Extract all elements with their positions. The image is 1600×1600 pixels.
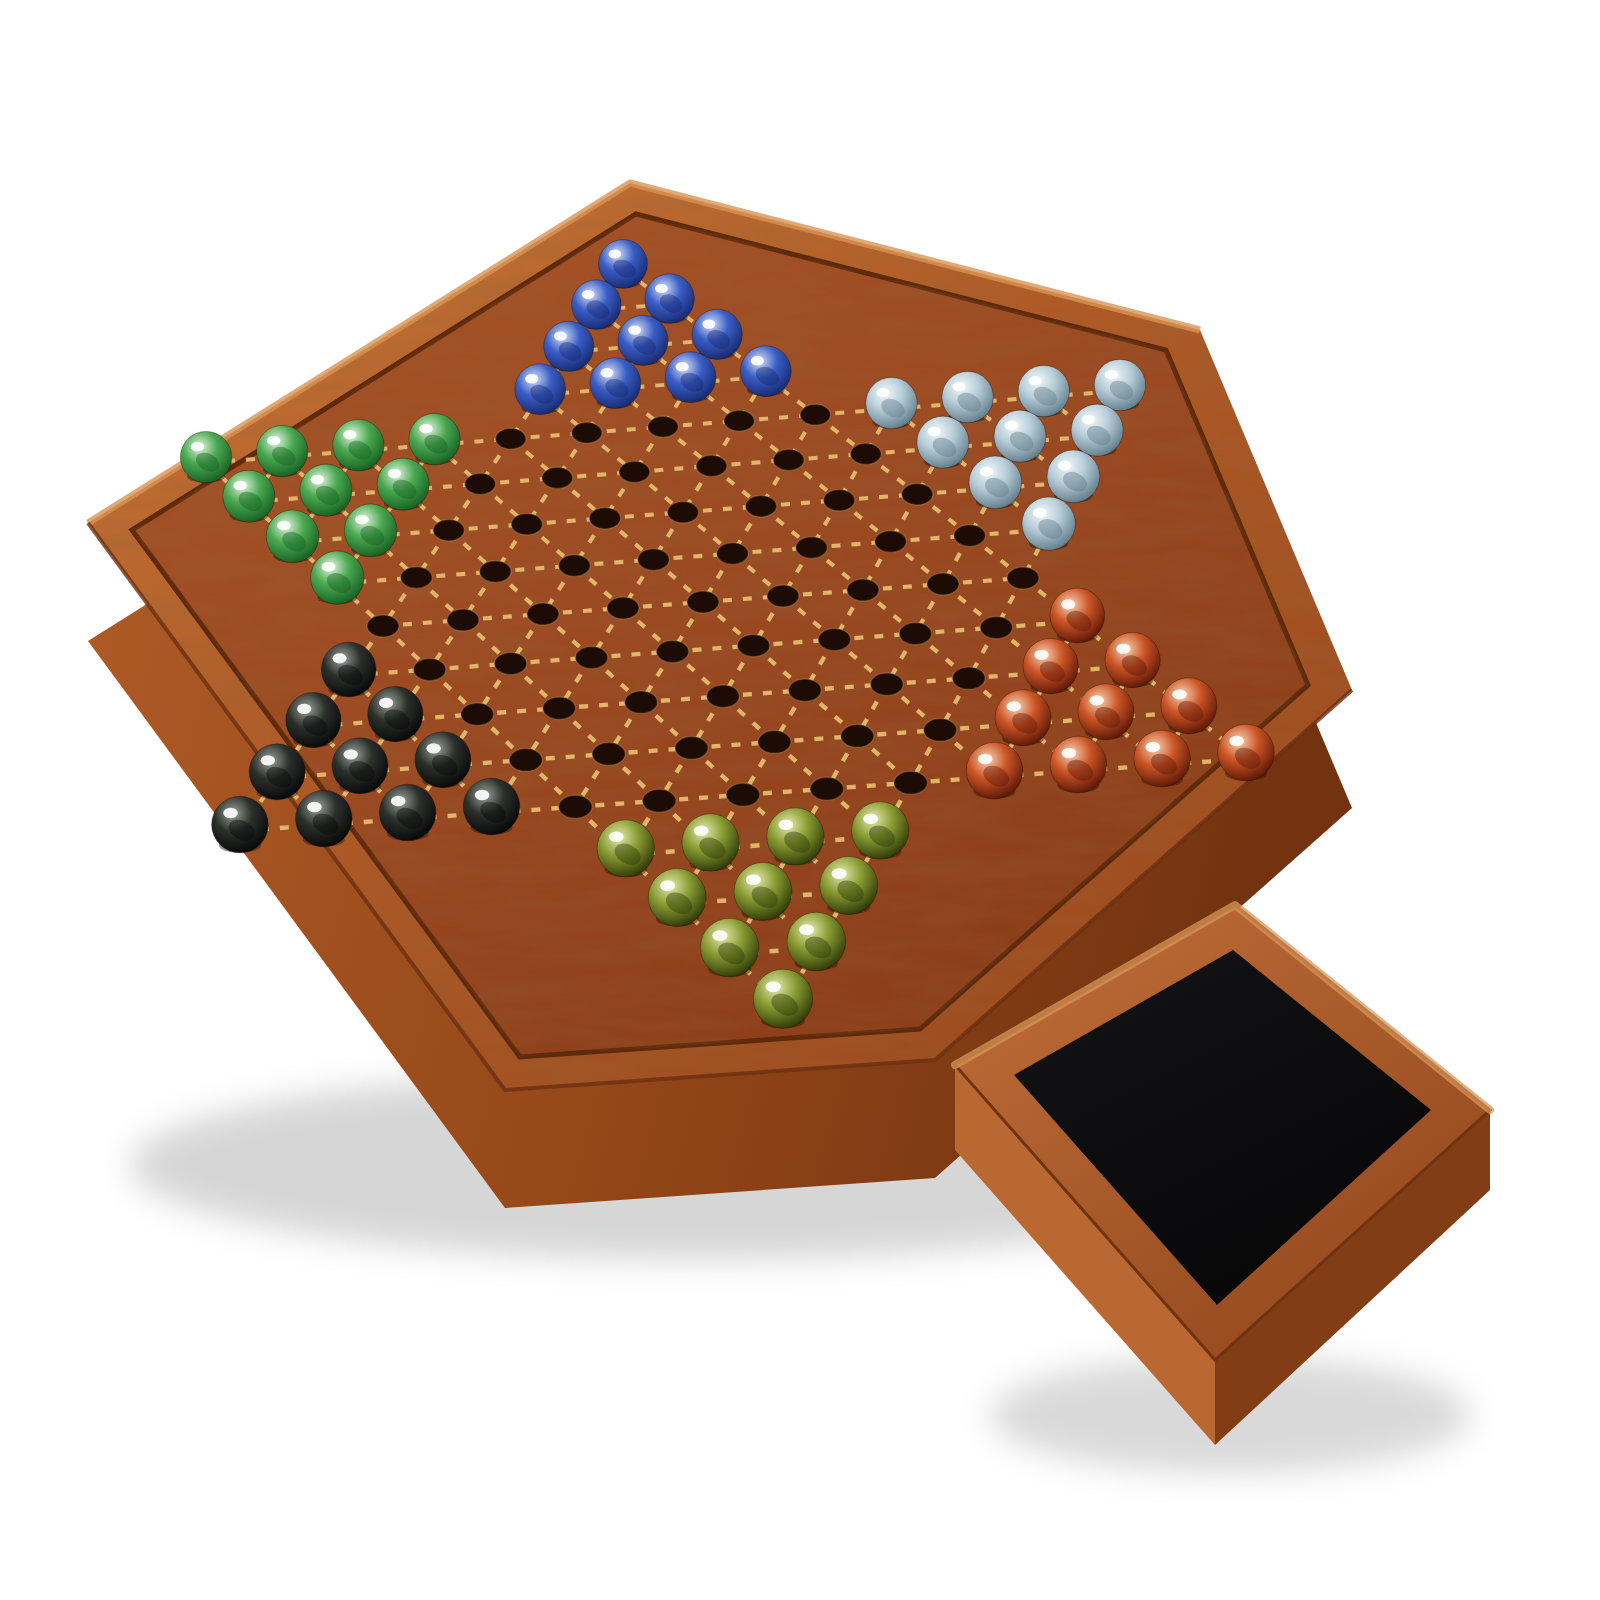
marble-specular-highlight (332, 653, 346, 663)
marble-specular-highlight (978, 754, 993, 764)
marble-specular-highlight (694, 825, 709, 836)
marble-red-orange[interactable] (1050, 588, 1105, 643)
marble-specular-highlight (799, 924, 814, 935)
marble-olive-green[interactable] (767, 808, 824, 865)
hole-r7-c4[interactable] (638, 549, 670, 571)
hole-r11-c8[interactable] (924, 719, 957, 742)
hole-r12-c5[interactable] (642, 789, 676, 812)
hole-r7-c3[interactable] (559, 555, 591, 577)
marble-blue[interactable] (599, 239, 648, 288)
marble-specular-highlight (1172, 689, 1187, 699)
hole-r4-c8[interactable] (800, 404, 830, 425)
hole-r7-c2[interactable] (480, 561, 512, 583)
hole-r5-c3[interactable] (465, 473, 496, 494)
marble-specular-highlight (765, 981, 780, 992)
hole-r7-c7[interactable] (875, 531, 907, 553)
marble-specular-highlight (277, 521, 291, 531)
marble-black[interactable] (368, 686, 423, 741)
marble-specular-highlight (307, 802, 322, 812)
hole-r7-c6[interactable] (796, 537, 828, 559)
hole-r4-c5[interactable] (572, 422, 602, 443)
marble-olive-green[interactable] (734, 862, 792, 920)
marble-specular-highlight (628, 325, 641, 334)
marble-specular-highlight (191, 442, 204, 452)
hole-r8-c6[interactable] (847, 579, 879, 601)
hole-r5-c5[interactable] (619, 461, 650, 482)
marble-specular-highlight (1116, 644, 1130, 654)
marble-pale-blue[interactable] (994, 410, 1046, 462)
marble-specular-highlight (1082, 415, 1095, 425)
hole-r8-c2[interactable] (527, 603, 559, 625)
marble-specular-highlight (391, 796, 406, 806)
marble-pale-blue[interactable] (1047, 450, 1100, 503)
marble-green[interactable] (256, 425, 307, 476)
hole-r10-c2[interactable] (461, 703, 494, 726)
hole-r9-c6[interactable] (818, 628, 850, 650)
marble-olive-green[interactable] (682, 814, 739, 871)
marble-green[interactable] (344, 504, 397, 557)
hole-r10-c3[interactable] (543, 697, 576, 720)
marble-specular-highlight (355, 515, 369, 525)
marble-specular-highlight (980, 467, 994, 477)
marble-specular-highlight (1061, 599, 1075, 609)
product-photo-scene (0, 0, 1600, 1600)
marble-specular-highlight (600, 368, 613, 377)
marble-black[interactable] (332, 738, 388, 794)
hole-r6-c5[interactable] (667, 501, 698, 522)
marble-green[interactable] (266, 510, 319, 563)
marble-specular-highlight (609, 831, 624, 842)
board (0, 0, 1600, 1600)
marble-specular-highlight (261, 755, 276, 765)
hole-r8-c5[interactable] (767, 585, 799, 607)
marble-specular-highlight (702, 319, 715, 328)
marble-red-orange[interactable] (1134, 730, 1191, 787)
marble-specular-highlight (1089, 695, 1104, 705)
marble-specular-highlight (426, 743, 441, 753)
marble-specular-highlight (609, 249, 622, 258)
marble-black[interactable] (296, 790, 353, 847)
marble-specular-highlight (1145, 742, 1160, 752)
marble-green[interactable] (333, 419, 384, 470)
marble-specular-highlight (311, 475, 324, 485)
marble-specular-highlight (297, 704, 311, 714)
hole-r5-c6[interactable] (696, 455, 727, 476)
hole-r4-c7[interactable] (724, 410, 754, 431)
marble-black[interactable] (212, 796, 269, 853)
marble-red-orange[interactable] (995, 690, 1051, 746)
marble-specular-highlight (655, 284, 668, 293)
hole-r9-c1[interactable] (413, 658, 445, 680)
marble-black[interactable] (463, 778, 520, 835)
marble-black[interactable] (321, 642, 376, 697)
marble-olive-green[interactable] (648, 868, 706, 926)
hole-r9-c2[interactable] (494, 652, 526, 674)
hole-r6-c7[interactable] (824, 489, 855, 510)
hole-r5-c4[interactable] (542, 467, 573, 488)
hole-r8-c3[interactable] (607, 597, 639, 619)
marble-specular-highlight (1058, 461, 1072, 471)
marble-pale-blue[interactable] (1022, 497, 1075, 550)
marble-black[interactable] (415, 732, 471, 788)
marble-green[interactable] (377, 458, 429, 510)
marble-specular-highlight (712, 930, 727, 941)
marble-olive-green[interactable] (787, 912, 846, 971)
marble-green[interactable] (223, 470, 275, 522)
marble-green[interactable] (300, 464, 352, 516)
hole-r10-c6[interactable] (789, 679, 822, 702)
marble-pale-blue[interactable] (942, 371, 993, 422)
marble-specular-highlight (863, 813, 878, 824)
marble-blue[interactable] (590, 358, 641, 409)
marble-red-orange[interactable] (1218, 724, 1275, 781)
hole-r4-c6[interactable] (648, 416, 678, 437)
hole-r10-c7[interactable] (870, 673, 903, 696)
marble-specular-highlight (1062, 748, 1077, 758)
marble-red-orange[interactable] (1161, 678, 1217, 734)
hole-r11-c3[interactable] (509, 749, 542, 772)
hole-r12-c4[interactable] (559, 795, 593, 818)
marble-specular-highlight (1105, 370, 1118, 380)
marble-specular-highlight (525, 374, 538, 383)
marble-specular-highlight (927, 427, 940, 437)
hole-r6-c4[interactable] (589, 507, 620, 528)
hole-r8-c7[interactable] (927, 573, 959, 595)
marble-blue[interactable] (740, 346, 791, 397)
hole-r10-c4[interactable] (625, 691, 658, 714)
marble-red-orange[interactable] (1023, 638, 1078, 693)
hole-r10-c8[interactable] (952, 667, 985, 690)
marble-black[interactable] (286, 692, 341, 747)
hole-r6-c6[interactable] (745, 495, 776, 516)
marble-black[interactable] (379, 784, 436, 841)
marble-specular-highlight (554, 331, 567, 340)
marble-green[interactable] (180, 431, 231, 482)
marble-specular-highlight (343, 430, 356, 440)
marble-specular-highlight (475, 790, 490, 800)
hole-r7-c8[interactable] (954, 525, 986, 547)
marble-specular-highlight (1229, 736, 1244, 746)
hole-r8-c0[interactable] (367, 615, 399, 637)
marble-green[interactable] (409, 413, 460, 464)
hole-r12-c7[interactable] (810, 777, 844, 800)
marble-specular-highlight (419, 424, 432, 434)
marble-olive-green[interactable] (597, 820, 654, 877)
hole-r8-c1[interactable] (447, 609, 479, 631)
marble-specular-highlight (322, 562, 336, 572)
hole-r11-c7[interactable] (841, 725, 874, 748)
marble-red-orange[interactable] (1078, 684, 1134, 740)
marble-specular-highlight (1029, 376, 1042, 386)
hole-r6-c2[interactable] (433, 519, 464, 540)
hole-r9-c4[interactable] (656, 640, 688, 662)
hole-r5-c7[interactable] (773, 449, 804, 470)
hole-r9-c8[interactable] (980, 616, 1012, 638)
marble-specular-highlight (778, 819, 793, 830)
marble-specular-highlight (1034, 650, 1048, 660)
hole-r12-c8[interactable] (894, 771, 928, 794)
hole-r11-c4[interactable] (592, 743, 625, 766)
marble-olive-green[interactable] (820, 856, 878, 914)
hole-r8-c4[interactable] (687, 591, 719, 613)
marble-blue[interactable] (618, 315, 668, 365)
hole-r9-c3[interactable] (575, 646, 607, 668)
marble-red-orange[interactable] (1050, 736, 1107, 793)
marble-olive-green[interactable] (852, 802, 909, 859)
marble-specular-highlight (379, 698, 393, 708)
hole-r6-c3[interactable] (511, 513, 542, 534)
marble-pale-blue[interactable] (1071, 404, 1123, 456)
marble-blue[interactable] (572, 280, 621, 329)
hole-r6-c8[interactable] (902, 483, 933, 504)
marble-olive-green[interactable] (700, 918, 759, 977)
marble-specular-highlight (746, 874, 761, 885)
marble-specular-highlight (233, 481, 246, 491)
marble-black[interactable] (249, 744, 305, 800)
marble-blue[interactable] (665, 352, 716, 403)
hole-r9-c7[interactable] (899, 622, 931, 644)
marble-specular-highlight (676, 362, 689, 371)
marble-specular-highlight (660, 880, 675, 891)
marble-specular-highlight (876, 388, 889, 398)
marble-specular-highlight (1033, 508, 1047, 518)
marble-blue[interactable] (544, 321, 594, 371)
marble-pale-blue[interactable] (1094, 359, 1145, 410)
marble-specular-highlight (751, 356, 764, 365)
marble-blue[interactable] (515, 364, 566, 415)
marble-blue[interactable] (692, 309, 742, 359)
marble-red-orange[interactable] (1105, 632, 1160, 687)
marble-blue[interactable] (645, 274, 694, 323)
marble-specular-highlight (223, 808, 238, 818)
hole-r10-c5[interactable] (707, 685, 740, 708)
marble-specular-highlight (1007, 701, 1022, 711)
hole-r11-c6[interactable] (758, 731, 791, 754)
hole-r7-c1[interactable] (401, 567, 433, 589)
marble-specular-highlight (582, 290, 595, 299)
hole-r12-c6[interactable] (726, 783, 760, 806)
marble-specular-highlight (1005, 421, 1018, 431)
hole-r11-c5[interactable] (675, 737, 708, 760)
marble-pale-blue[interactable] (866, 377, 917, 428)
hole-r5-c8[interactable] (850, 443, 881, 464)
marble-pale-blue[interactable] (917, 416, 969, 468)
marble-red-orange[interactable] (966, 742, 1023, 799)
marble-pale-blue[interactable] (1018, 365, 1069, 416)
marble-olive-green[interactable] (753, 969, 812, 1028)
marble-pale-blue[interactable] (969, 456, 1022, 509)
hole-r9-c5[interactable] (737, 634, 769, 656)
hole-r4-c4[interactable] (495, 428, 525, 449)
marble-specular-highlight (832, 868, 847, 879)
marble-specular-highlight (267, 436, 280, 446)
marble-specular-highlight (343, 749, 358, 759)
marble-specular-highlight (952, 382, 965, 392)
hole-r7-c5[interactable] (717, 543, 749, 565)
hole-r8-c8[interactable] (1007, 567, 1039, 589)
marble-green[interactable] (311, 551, 364, 604)
marble-specular-highlight (388, 469, 401, 479)
